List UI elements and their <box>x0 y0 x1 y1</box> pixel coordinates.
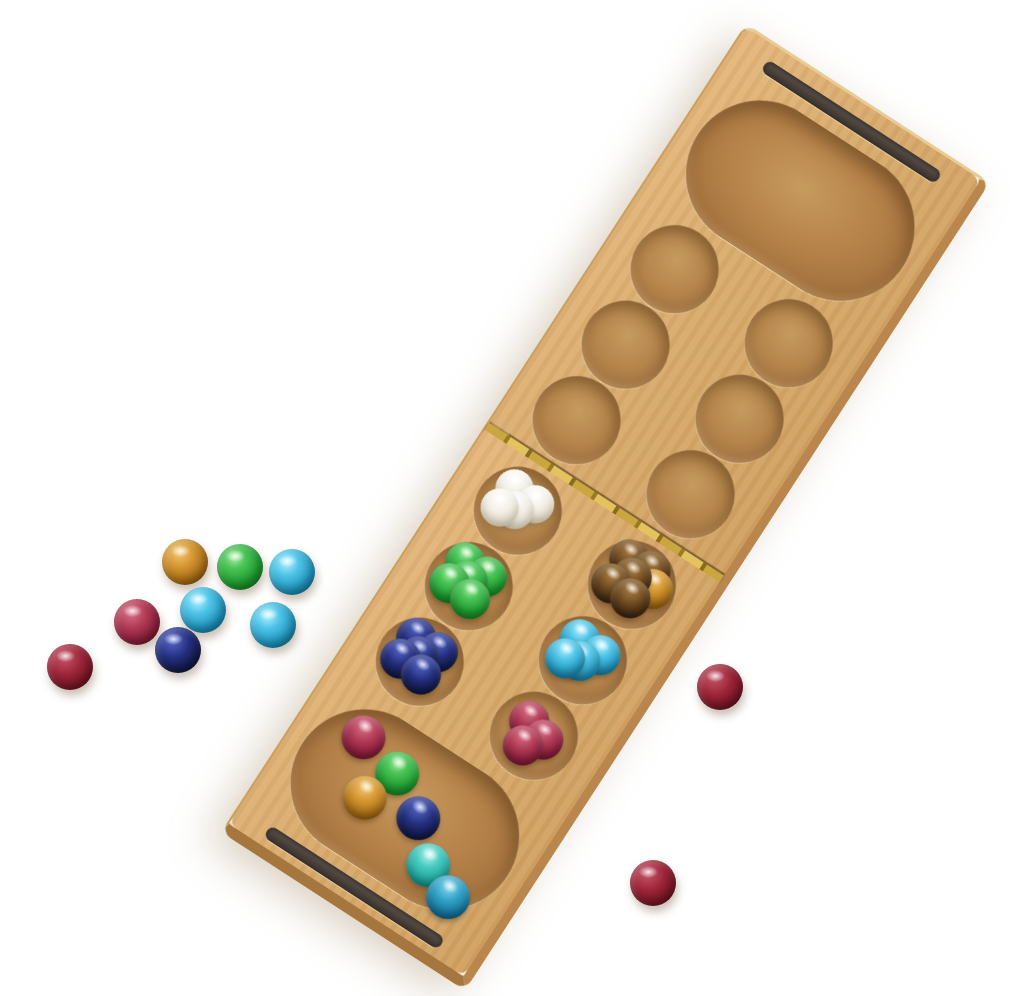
stone-green[interactable] <box>217 544 263 590</box>
stone-crimson[interactable] <box>47 644 93 690</box>
stone-cyan[interactable] <box>250 602 296 648</box>
stone-cyan[interactable] <box>180 587 226 633</box>
photo-scene <box>0 0 1010 996</box>
stone-amber[interactable] <box>162 539 208 585</box>
stone-navy[interactable] <box>155 627 201 673</box>
stone-navy <box>388 788 449 849</box>
stone-cyan[interactable] <box>269 549 315 595</box>
mancala-board <box>221 24 990 991</box>
stone-crimson[interactable] <box>697 664 743 710</box>
stone-red[interactable] <box>114 599 160 645</box>
stone-crimson[interactable] <box>630 860 676 906</box>
